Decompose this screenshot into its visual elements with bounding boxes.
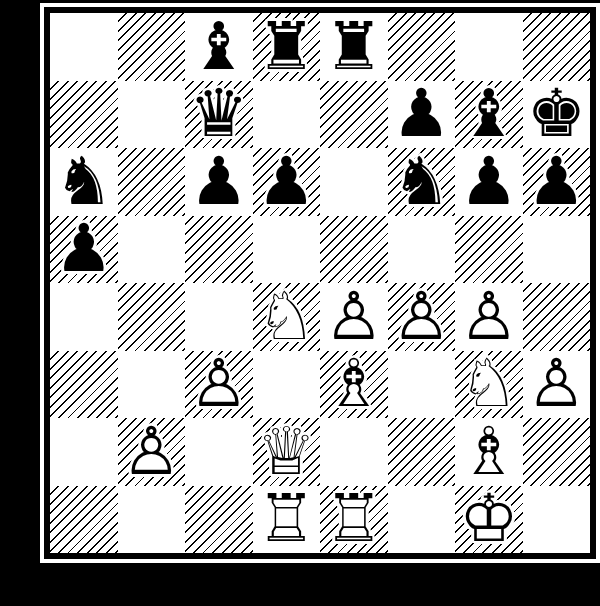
square-e8[interactable]: ♜♜ xyxy=(320,13,388,81)
piece-halo: ♞ xyxy=(459,351,518,417)
square-f1[interactable] xyxy=(388,486,456,554)
piece-halo: ♞ xyxy=(392,149,451,215)
white-rook-icon: ♖ xyxy=(324,486,383,552)
white-bishop-icon: ♗ xyxy=(324,351,383,417)
black-king-icon: ♚ xyxy=(527,81,586,147)
square-e4[interactable]: ♟♙ xyxy=(320,283,388,351)
square-g2[interactable]: ♝♗ xyxy=(455,418,523,486)
square-c8[interactable]: ♝♝ xyxy=(185,13,253,81)
square-b5[interactable] xyxy=(118,216,186,284)
black-pawn-icon: ♟ xyxy=(459,149,518,215)
square-f5[interactable] xyxy=(388,216,456,284)
square-f3[interactable] xyxy=(388,351,456,419)
white-pawn-icon: ♙ xyxy=(324,284,383,350)
piece-halo: ♝ xyxy=(459,419,518,485)
square-g4[interactable]: ♟♙ xyxy=(455,283,523,351)
piece-halo: ♝ xyxy=(459,81,518,147)
black-bishop-icon: ♝ xyxy=(189,14,248,80)
square-h7[interactable]: ♚♚ xyxy=(523,81,591,149)
square-d2[interactable]: ♛♕ xyxy=(253,418,321,486)
white-pawn-icon: ♙ xyxy=(392,284,451,350)
board-border: ♝♝♜♜♜♜♛♛♟♟♝♝♚♚♞♞♟♟♟♟♞♞♟♟♟♟♟♟♞♘♟♙♟♙♟♙♟♙♝♗… xyxy=(44,7,596,559)
black-rook-icon: ♜ xyxy=(257,14,316,80)
square-b4[interactable] xyxy=(118,283,186,351)
piece-halo: ♟ xyxy=(122,419,181,485)
piece-halo: ♟ xyxy=(459,149,518,215)
black-pawn-icon: ♟ xyxy=(527,149,586,215)
board-squares: ♝♝♜♜♜♜♛♛♟♟♝♝♚♚♞♞♟♟♟♟♞♞♟♟♟♟♟♟♞♘♟♙♟♙♟♙♟♙♝♗… xyxy=(50,13,590,553)
black-pawn-icon: ♟ xyxy=(257,149,316,215)
square-d7[interactable] xyxy=(253,81,321,149)
square-g3[interactable]: ♞♘ xyxy=(455,351,523,419)
piece-halo: ♟ xyxy=(189,149,248,215)
square-c4[interactable] xyxy=(185,283,253,351)
square-h8[interactable] xyxy=(523,13,591,81)
square-b1[interactable] xyxy=(118,486,186,554)
white-knight-icon: ♘ xyxy=(459,351,518,417)
white-pawn-icon: ♙ xyxy=(459,284,518,350)
white-pawn-icon: ♙ xyxy=(189,351,248,417)
square-h2[interactable] xyxy=(523,418,591,486)
piece-halo: ♝ xyxy=(324,351,383,417)
square-d3[interactable] xyxy=(253,351,321,419)
white-knight-icon: ♘ xyxy=(257,284,316,350)
square-f4[interactable]: ♟♙ xyxy=(388,283,456,351)
square-b6[interactable] xyxy=(118,148,186,216)
square-h1[interactable] xyxy=(523,486,591,554)
square-e6[interactable] xyxy=(320,148,388,216)
square-a4[interactable] xyxy=(50,283,118,351)
piece-halo: ♟ xyxy=(392,284,451,350)
white-bishop-icon: ♗ xyxy=(459,419,518,485)
square-a2[interactable] xyxy=(50,418,118,486)
piece-halo: ♟ xyxy=(54,216,113,282)
square-g6[interactable]: ♟♟ xyxy=(455,148,523,216)
square-a3[interactable] xyxy=(50,351,118,419)
square-d8[interactable]: ♜♜ xyxy=(253,13,321,81)
piece-halo: ♜ xyxy=(257,486,316,552)
piece-halo: ♜ xyxy=(324,14,383,80)
square-a5[interactable]: ♟♟ xyxy=(50,216,118,284)
chess-board: ♝♝♜♜♜♜♛♛♟♟♝♝♚♚♞♞♟♟♟♟♞♞♟♟♟♟♟♟♞♘♟♙♟♙♟♙♟♙♝♗… xyxy=(40,3,600,563)
square-d1[interactable]: ♜♖ xyxy=(253,486,321,554)
square-g5[interactable] xyxy=(455,216,523,284)
square-b3[interactable] xyxy=(118,351,186,419)
square-f8[interactable] xyxy=(388,13,456,81)
black-pawn-icon: ♟ xyxy=(189,149,248,215)
piece-halo: ♟ xyxy=(459,284,518,350)
black-knight-icon: ♞ xyxy=(392,149,451,215)
square-e5[interactable] xyxy=(320,216,388,284)
piece-halo: ♚ xyxy=(527,81,586,147)
piece-halo: ♟ xyxy=(527,149,586,215)
square-c5[interactable] xyxy=(185,216,253,284)
square-c6[interactable]: ♟♟ xyxy=(185,148,253,216)
white-queen-icon: ♕ xyxy=(257,419,316,485)
black-pawn-icon: ♟ xyxy=(392,81,451,147)
page-background: ♝♝♜♜♜♜♛♛♟♟♝♝♚♚♞♞♟♟♟♟♞♞♟♟♟♟♟♟♞♘♟♙♟♙♟♙♟♙♝♗… xyxy=(0,0,600,606)
black-bishop-icon: ♝ xyxy=(459,81,518,147)
white-pawn-icon: ♙ xyxy=(527,351,586,417)
square-h6[interactable]: ♟♟ xyxy=(523,148,591,216)
black-queen-icon: ♛ xyxy=(189,81,248,147)
piece-halo: ♜ xyxy=(324,486,383,552)
square-f6[interactable]: ♞♞ xyxy=(388,148,456,216)
square-h5[interactable] xyxy=(523,216,591,284)
piece-halo: ♚ xyxy=(459,486,518,552)
piece-halo: ♝ xyxy=(189,14,248,80)
square-d4[interactable]: ♞♘ xyxy=(253,283,321,351)
piece-halo: ♟ xyxy=(257,149,316,215)
square-e1[interactable]: ♜♖ xyxy=(320,486,388,554)
square-b2[interactable]: ♟♙ xyxy=(118,418,186,486)
square-a1[interactable] xyxy=(50,486,118,554)
square-c2[interactable] xyxy=(185,418,253,486)
white-king-icon: ♔ xyxy=(459,486,518,552)
square-e7[interactable] xyxy=(320,81,388,149)
piece-halo: ♟ xyxy=(324,284,383,350)
black-rook-icon: ♜ xyxy=(324,14,383,80)
square-h3[interactable]: ♟♙ xyxy=(523,351,591,419)
piece-halo: ♟ xyxy=(392,81,451,147)
square-c3[interactable]: ♟♙ xyxy=(185,351,253,419)
square-a8[interactable] xyxy=(50,13,118,81)
square-b7[interactable] xyxy=(118,81,186,149)
square-c1[interactable] xyxy=(185,486,253,554)
square-b8[interactable] xyxy=(118,13,186,81)
piece-halo: ♛ xyxy=(189,81,248,147)
piece-halo: ♛ xyxy=(257,419,316,485)
square-d6[interactable]: ♟♟ xyxy=(253,148,321,216)
square-e2[interactable] xyxy=(320,418,388,486)
square-f2[interactable] xyxy=(388,418,456,486)
piece-halo: ♜ xyxy=(257,14,316,80)
square-g1[interactable]: ♚♔ xyxy=(455,486,523,554)
square-a7[interactable] xyxy=(50,81,118,149)
piece-halo: ♞ xyxy=(54,149,113,215)
square-c7[interactable]: ♛♛ xyxy=(185,81,253,149)
square-e3[interactable]: ♝♗ xyxy=(320,351,388,419)
piece-halo: ♟ xyxy=(189,351,248,417)
piece-halo: ♟ xyxy=(527,351,586,417)
piece-halo: ♞ xyxy=(257,284,316,350)
black-knight-icon: ♞ xyxy=(54,149,113,215)
square-d5[interactable] xyxy=(253,216,321,284)
white-rook-icon: ♖ xyxy=(257,486,316,552)
square-h4[interactable] xyxy=(523,283,591,351)
square-g8[interactable] xyxy=(455,13,523,81)
square-a6[interactable]: ♞♞ xyxy=(50,148,118,216)
square-g7[interactable]: ♝♝ xyxy=(455,81,523,149)
black-pawn-icon: ♟ xyxy=(54,216,113,282)
square-f7[interactable]: ♟♟ xyxy=(388,81,456,149)
white-pawn-icon: ♙ xyxy=(122,419,181,485)
